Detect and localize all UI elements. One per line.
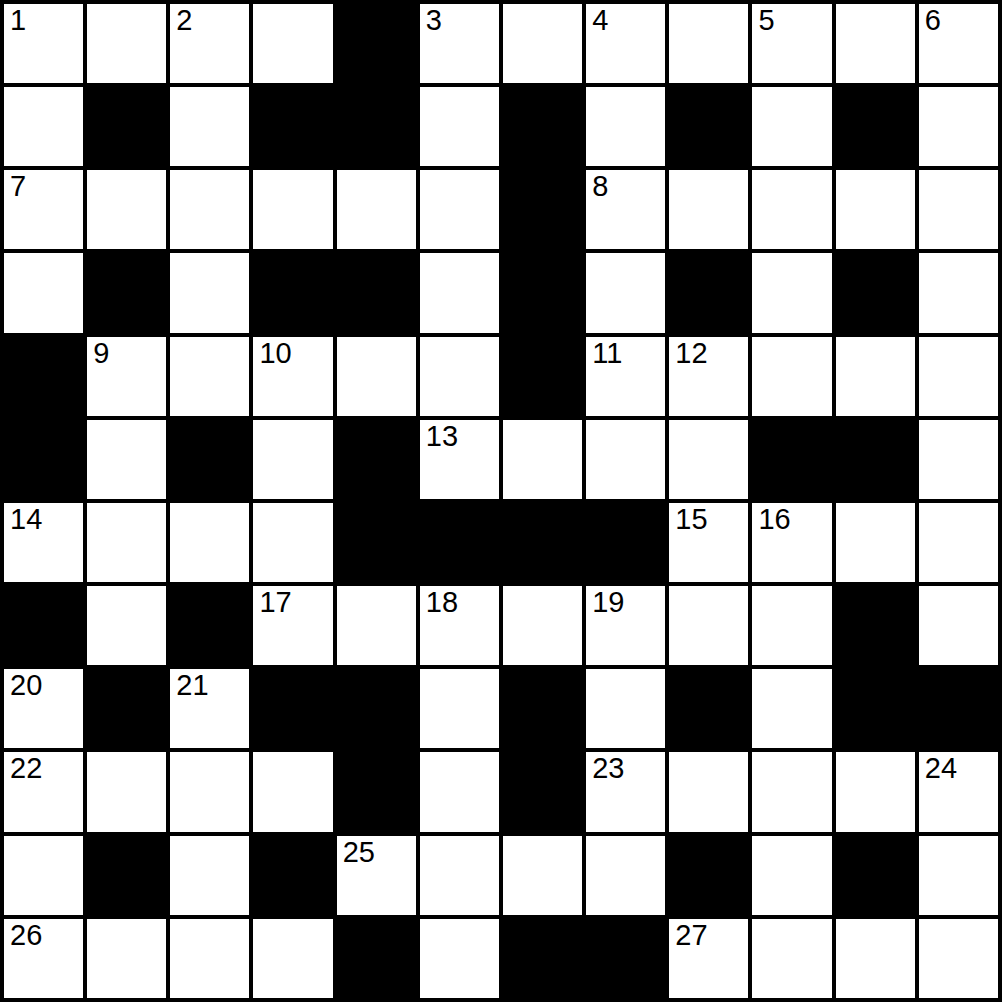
cell-r1c5[interactable]	[420, 87, 499, 166]
cell-r5c7[interactable]	[586, 420, 665, 499]
cell-r3c5[interactable]	[420, 253, 499, 332]
cell-r5c11[interactable]	[919, 420, 998, 499]
cell-r11c11[interactable]	[919, 919, 998, 998]
cell-r11c9[interactable]	[752, 919, 831, 998]
blocked-cell-r10c10	[836, 836, 915, 915]
cell-r9c10[interactable]	[836, 752, 915, 831]
clue-number-20: 20	[10, 670, 42, 702]
cell-r0c11[interactable]: 6	[919, 4, 998, 83]
blocked-cell-r1c3	[253, 87, 332, 166]
blocked-cell-r5c4	[337, 420, 416, 499]
cell-r0c2[interactable]: 2	[170, 4, 249, 83]
clue-number-14: 14	[10, 504, 42, 536]
cell-r7c1[interactable]	[87, 586, 166, 665]
blocked-cell-r8c4	[337, 669, 416, 748]
clue-number-2: 2	[176, 5, 192, 37]
cell-r11c3[interactable]	[253, 919, 332, 998]
cell-r2c3[interactable]	[253, 170, 332, 249]
blocked-cell-r5c9	[752, 420, 831, 499]
cell-r2c7[interactable]: 8	[586, 170, 665, 249]
blocked-cell-r10c3	[253, 836, 332, 915]
cell-r0c3[interactable]	[253, 4, 332, 83]
cell-r1c2[interactable]	[170, 87, 249, 166]
blocked-cell-r9c6	[503, 752, 582, 831]
cell-r9c5[interactable]	[420, 752, 499, 831]
clue-number-24: 24	[925, 753, 957, 785]
cell-r10c11[interactable]	[919, 836, 998, 915]
cell-r11c5[interactable]	[420, 919, 499, 998]
cell-r2c0[interactable]: 7	[4, 170, 83, 249]
cell-r7c9[interactable]	[752, 586, 831, 665]
cell-r4c3[interactable]: 10	[253, 337, 332, 416]
clue-number-9: 9	[93, 338, 109, 370]
cell-r4c1[interactable]: 9	[87, 337, 166, 416]
clue-number-15: 15	[675, 504, 707, 536]
clue-number-17: 17	[259, 587, 291, 619]
cell-r9c2[interactable]	[170, 752, 249, 831]
cell-r0c5[interactable]: 3	[420, 4, 499, 83]
cell-r11c2[interactable]	[170, 919, 249, 998]
clue-number-12: 12	[675, 338, 707, 370]
cell-r9c11[interactable]: 24	[919, 752, 998, 831]
blocked-cell-r8c11	[919, 669, 998, 748]
crossword-board: 1234567891011121314151617181920212223242…	[0, 0, 1002, 1002]
cell-r0c0[interactable]: 1	[4, 4, 83, 83]
cell-r6c9[interactable]: 16	[752, 503, 831, 582]
cell-r8c5[interactable]	[420, 669, 499, 748]
cell-r6c1[interactable]	[87, 503, 166, 582]
clue-number-13: 13	[426, 421, 458, 453]
cell-r4c9[interactable]	[752, 337, 831, 416]
blocked-cell-r5c10	[836, 420, 915, 499]
cell-r11c10[interactable]	[836, 919, 915, 998]
cell-r4c4[interactable]	[337, 337, 416, 416]
cell-r3c11[interactable]	[919, 253, 998, 332]
cell-r4c5[interactable]	[420, 337, 499, 416]
blocked-cell-r8c3	[253, 669, 332, 748]
cell-r5c1[interactable]	[87, 420, 166, 499]
cell-r11c0[interactable]: 26	[4, 919, 83, 998]
cell-r0c7[interactable]: 4	[586, 4, 665, 83]
cell-r2c2[interactable]	[170, 170, 249, 249]
cell-r10c0[interactable]	[4, 836, 83, 915]
cell-r11c1[interactable]	[87, 919, 166, 998]
clue-number-8: 8	[592, 171, 608, 203]
cell-r7c5[interactable]: 18	[420, 586, 499, 665]
blocked-cell-r4c6	[503, 337, 582, 416]
blocked-cell-r1c10	[836, 87, 915, 166]
clue-number-11: 11	[592, 338, 622, 370]
clue-number-6: 6	[925, 5, 941, 37]
blocked-cell-r3c8	[669, 253, 748, 332]
blocked-cell-r5c0	[4, 420, 83, 499]
cell-r10c6[interactable]	[503, 836, 582, 915]
clue-number-18: 18	[426, 587, 458, 619]
blocked-cell-r1c4	[337, 87, 416, 166]
clue-number-16: 16	[758, 504, 790, 536]
cell-r9c1[interactable]	[87, 752, 166, 831]
cell-r2c11[interactable]	[919, 170, 998, 249]
cell-r2c1[interactable]	[87, 170, 166, 249]
blocked-cell-r7c2	[170, 586, 249, 665]
cell-r6c8[interactable]: 15	[669, 503, 748, 582]
cell-r4c8[interactable]: 12	[669, 337, 748, 416]
blocked-cell-r6c5	[420, 503, 499, 582]
blocked-cell-r10c8	[669, 836, 748, 915]
cell-r2c4[interactable]	[337, 170, 416, 249]
clue-number-19: 19	[592, 587, 624, 619]
cell-r7c4[interactable]	[337, 586, 416, 665]
clue-number-10: 10	[259, 338, 291, 370]
cell-r7c6[interactable]	[503, 586, 582, 665]
blocked-cell-r1c1	[87, 87, 166, 166]
blocked-cell-r2c6	[503, 170, 582, 249]
cell-r0c6[interactable]	[503, 4, 582, 83]
cell-r10c2[interactable]	[170, 836, 249, 915]
clue-number-21: 21	[176, 670, 208, 702]
blocked-cell-r1c8	[669, 87, 748, 166]
cell-r4c7[interactable]: 11	[586, 337, 665, 416]
cell-r5c3[interactable]	[253, 420, 332, 499]
clue-number-23: 23	[592, 753, 624, 785]
clue-number-4: 4	[592, 5, 608, 37]
cell-r0c1[interactable]	[87, 4, 166, 83]
cell-r3c2[interactable]	[170, 253, 249, 332]
cell-r6c10[interactable]	[836, 503, 915, 582]
blocked-cell-r0c4	[337, 4, 416, 83]
cell-r9c7[interactable]: 23	[586, 752, 665, 831]
cell-r6c2[interactable]	[170, 503, 249, 582]
cell-r10c5[interactable]	[420, 836, 499, 915]
cell-r6c11[interactable]	[919, 503, 998, 582]
cell-r9c8[interactable]	[669, 752, 748, 831]
cell-r0c10[interactable]	[836, 4, 915, 83]
cell-r4c11[interactable]	[919, 337, 998, 416]
cell-r5c8[interactable]	[669, 420, 748, 499]
blocked-cell-r1c6	[503, 87, 582, 166]
cell-r0c9[interactable]: 5	[752, 4, 831, 83]
cell-r4c2[interactable]	[170, 337, 249, 416]
blocked-cell-r3c3	[253, 253, 332, 332]
clue-number-26: 26	[10, 920, 42, 952]
cell-r10c7[interactable]	[586, 836, 665, 915]
cell-r0c8[interactable]	[669, 4, 748, 83]
blocked-cell-r8c1	[87, 669, 166, 748]
cell-r10c4[interactable]: 25	[337, 836, 416, 915]
blocked-cell-r7c0	[4, 586, 83, 665]
clue-number-27: 27	[675, 920, 707, 952]
cell-r1c9[interactable]	[752, 87, 831, 166]
cell-r3c7[interactable]	[586, 253, 665, 332]
cell-r3c9[interactable]	[752, 253, 831, 332]
cell-r9c9[interactable]	[752, 752, 831, 831]
blocked-cell-r5c2	[170, 420, 249, 499]
blocked-cell-r8c6	[503, 669, 582, 748]
cell-r8c7[interactable]	[586, 669, 665, 748]
cell-r6c3[interactable]	[253, 503, 332, 582]
cell-r3c0[interactable]	[4, 253, 83, 332]
clue-number-7: 7	[10, 171, 26, 203]
cell-r6c0[interactable]: 14	[4, 503, 83, 582]
cell-r11c8[interactable]: 27	[669, 919, 748, 998]
cell-r7c11[interactable]	[919, 586, 998, 665]
blocked-cell-r8c10	[836, 669, 915, 748]
blocked-cell-r11c4	[337, 919, 416, 998]
clue-number-3: 3	[426, 5, 442, 37]
cell-r1c11[interactable]	[919, 87, 998, 166]
cell-r8c2[interactable]: 21	[170, 669, 249, 748]
cell-r2c10[interactable]	[836, 170, 915, 249]
blocked-cell-r3c1	[87, 253, 166, 332]
blocked-cell-r7c10	[836, 586, 915, 665]
blocked-cell-r11c7	[586, 919, 665, 998]
cell-r8c0[interactable]: 20	[4, 669, 83, 748]
cell-r10c9[interactable]	[752, 836, 831, 915]
cell-r5c5[interactable]: 13	[420, 420, 499, 499]
cell-r8c9[interactable]	[752, 669, 831, 748]
cell-r5c6[interactable]	[503, 420, 582, 499]
blocked-cell-r3c4	[337, 253, 416, 332]
cell-r2c8[interactable]	[669, 170, 748, 249]
blocked-cell-r6c6	[503, 503, 582, 582]
cell-r1c0[interactable]	[4, 87, 83, 166]
blocked-cell-r3c6	[503, 253, 582, 332]
blocked-cell-r10c1	[87, 836, 166, 915]
cell-r2c5[interactable]	[420, 170, 499, 249]
blocked-cell-r6c4	[337, 503, 416, 582]
cell-r7c3[interactable]: 17	[253, 586, 332, 665]
cell-r9c0[interactable]: 22	[4, 752, 83, 831]
clue-number-22: 22	[10, 753, 42, 785]
clue-number-25: 25	[343, 837, 375, 869]
blocked-cell-r6c7	[586, 503, 665, 582]
cell-r4c10[interactable]	[836, 337, 915, 416]
clue-number-5: 5	[758, 5, 774, 37]
blocked-cell-r3c10	[836, 253, 915, 332]
cell-r1c7[interactable]	[586, 87, 665, 166]
cell-r7c7[interactable]: 19	[586, 586, 665, 665]
blocked-cell-r11c6	[503, 919, 582, 998]
blocked-cell-r9c4	[337, 752, 416, 831]
cell-r9c3[interactable]	[253, 752, 332, 831]
cell-r7c8[interactable]	[669, 586, 748, 665]
cell-r2c9[interactable]	[752, 170, 831, 249]
clue-number-1: 1	[10, 5, 26, 37]
blocked-cell-r4c0	[4, 337, 83, 416]
blocked-cell-r8c8	[669, 669, 748, 748]
